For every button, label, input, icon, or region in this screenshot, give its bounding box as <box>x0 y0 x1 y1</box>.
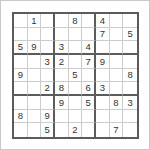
cell-r4c3[interactable]: 3 <box>41 55 55 69</box>
cell-r1c9[interactable] <box>123 14 137 28</box>
cell-r5c9[interactable]: 8 <box>123 69 137 83</box>
cell-r3c9[interactable] <box>123 41 137 55</box>
given-digit: 2 <box>72 125 77 135</box>
cell-r7c8[interactable]: 8 <box>110 96 124 110</box>
cell-r9c8[interactable]: 7 <box>110 123 124 137</box>
cell-r9c7[interactable] <box>96 123 110 137</box>
cell-r3c8[interactable] <box>110 41 124 55</box>
cell-r6c8[interactable] <box>110 82 124 96</box>
cell-r8c5[interactable] <box>69 110 83 124</box>
cell-r1c7[interactable]: 4 <box>96 14 110 28</box>
cell-r2c6[interactable] <box>82 28 96 42</box>
given-digit: 6 <box>86 83 91 93</box>
cell-r1c5[interactable]: 8 <box>69 14 83 28</box>
cell-r7c7[interactable] <box>96 96 110 110</box>
cell-r4c7[interactable]: 9 <box>96 55 110 69</box>
given-digit: 5 <box>45 125 50 135</box>
cell-r2c5[interactable] <box>69 28 83 42</box>
cell-r2c1[interactable] <box>14 28 28 42</box>
given-digit: 8 <box>72 16 77 26</box>
cell-r5c2[interactable] <box>28 69 42 83</box>
cell-r6c6[interactable]: 6 <box>82 82 96 96</box>
cell-r6c4[interactable]: 8 <box>55 82 69 96</box>
given-digit: 9 <box>45 111 50 121</box>
given-digit: 9 <box>18 70 23 80</box>
given-digit: 8 <box>18 111 23 121</box>
given-digit: 5 <box>18 42 23 52</box>
cell-r6c2[interactable] <box>28 82 42 96</box>
cell-r8c4[interactable] <box>55 110 69 124</box>
cell-r7c9[interactable]: 3 <box>123 96 137 110</box>
cell-r7c5[interactable] <box>69 96 83 110</box>
cell-r3c7[interactable] <box>96 41 110 55</box>
cell-r2c7[interactable]: 7 <box>96 28 110 42</box>
given-digit: 8 <box>128 70 133 80</box>
cell-r7c4[interactable]: 9 <box>55 96 69 110</box>
given-digit: 3 <box>59 42 64 52</box>
cell-r4c9[interactable] <box>123 55 137 69</box>
given-digit: 2 <box>59 57 64 67</box>
cell-r6c9[interactable] <box>123 82 137 96</box>
cell-r5c1[interactable]: 9 <box>14 69 28 83</box>
cell-r5c5[interactable]: 5 <box>69 69 83 83</box>
cell-r2c9[interactable]: 5 <box>123 28 137 42</box>
given-digit: 4 <box>86 42 91 52</box>
cell-r5c3[interactable] <box>41 69 55 83</box>
cell-r5c6[interactable] <box>82 69 96 83</box>
cell-r7c2[interactable] <box>28 96 42 110</box>
cell-r9c2[interactable] <box>28 123 42 137</box>
cell-r4c5[interactable] <box>69 55 83 69</box>
given-digit: 9 <box>100 57 105 67</box>
cell-r8c8[interactable] <box>110 110 124 124</box>
sudoku-board: 18475593432799582863958389527 <box>12 12 139 139</box>
cell-r4c1[interactable] <box>14 55 28 69</box>
given-digit: 7 <box>113 125 118 135</box>
given-digit: 5 <box>86 98 91 108</box>
given-digit: 3 <box>45 57 50 67</box>
cell-r2c8[interactable] <box>110 28 124 42</box>
cell-r8c9[interactable] <box>123 110 137 124</box>
cell-r4c8[interactable] <box>110 55 124 69</box>
cell-r8c3[interactable]: 9 <box>41 110 55 124</box>
given-digit: 3 <box>100 83 105 93</box>
cell-r3c4[interactable]: 3 <box>55 41 69 55</box>
cell-r5c4[interactable] <box>55 69 69 83</box>
cell-r9c3[interactable]: 5 <box>41 123 55 137</box>
cell-r1c6[interactable] <box>82 14 96 28</box>
cell-r7c1[interactable] <box>14 96 28 110</box>
cell-r5c8[interactable] <box>110 69 124 83</box>
page: 18475593432799582863958389527 <box>0 0 150 150</box>
given-digit: 8 <box>113 98 118 108</box>
given-digit: 5 <box>128 29 133 39</box>
given-digit: 9 <box>59 98 64 108</box>
cell-r6c5[interactable] <box>69 82 83 96</box>
cell-r3c3[interactable] <box>41 41 55 55</box>
cell-r6c3[interactable]: 2 <box>41 82 55 96</box>
given-digit: 4 <box>100 16 105 26</box>
cell-r1c4[interactable] <box>55 14 69 28</box>
cell-r6c7[interactable]: 3 <box>96 82 110 96</box>
cell-r1c2[interactable]: 1 <box>28 14 42 28</box>
cell-r2c4[interactable] <box>55 28 69 42</box>
cell-r3c2[interactable]: 9 <box>28 41 42 55</box>
cell-r4c6[interactable]: 7 <box>82 55 96 69</box>
cell-r8c2[interactable] <box>28 110 42 124</box>
cell-r4c2[interactable] <box>28 55 42 69</box>
given-digit: 2 <box>45 83 50 93</box>
cell-r3c1[interactable]: 5 <box>14 41 28 55</box>
cell-r5c7[interactable] <box>96 69 110 83</box>
cell-r9c5[interactable]: 2 <box>69 123 83 137</box>
cell-r8c7[interactable] <box>96 110 110 124</box>
cell-r1c8[interactable] <box>110 14 124 28</box>
cell-r7c6[interactable]: 5 <box>82 96 96 110</box>
cell-r3c5[interactable] <box>69 41 83 55</box>
cell-r8c6[interactable] <box>82 110 96 124</box>
given-digit: 3 <box>128 98 133 108</box>
given-digit: 7 <box>100 29 105 39</box>
cell-r3c6[interactable]: 4 <box>82 41 96 55</box>
cell-r7c3[interactable] <box>41 96 55 110</box>
cell-r2c3[interactable] <box>41 28 55 42</box>
cell-r9c6[interactable] <box>82 123 96 137</box>
cell-r4c4[interactable]: 2 <box>55 55 69 69</box>
given-digit: 1 <box>31 16 36 26</box>
given-digit: 7 <box>86 57 91 67</box>
cell-r2c2[interactable] <box>28 28 42 42</box>
cell-r9c4[interactable] <box>55 123 69 137</box>
cell-r9c9[interactable] <box>123 123 137 137</box>
cell-r8c1[interactable]: 8 <box>14 110 28 124</box>
given-digit: 9 <box>31 42 36 52</box>
cell-r1c3[interactable] <box>41 14 55 28</box>
cell-r6c1[interactable] <box>14 82 28 96</box>
cell-r1c1[interactable] <box>14 14 28 28</box>
cell-r9c1[interactable] <box>14 123 28 137</box>
given-digit: 5 <box>72 70 77 80</box>
given-digit: 8 <box>59 83 64 93</box>
